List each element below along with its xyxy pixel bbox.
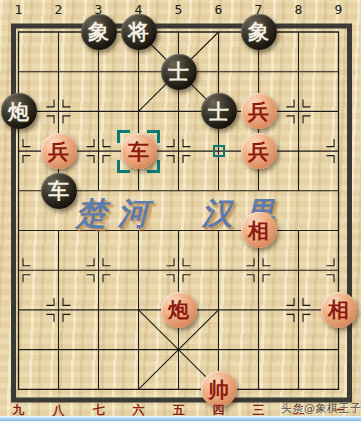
piece-red-elephant[interactable]: 相 bbox=[321, 292, 357, 328]
piece-red-soldier[interactable]: 兵 bbox=[241, 93, 277, 129]
piece-red-elephant[interactable]: 相 bbox=[241, 212, 277, 248]
piece-red-soldier[interactable]: 兵 bbox=[41, 133, 77, 169]
board-cell[interactable]: 象 bbox=[79, 12, 119, 52]
board-cell[interactable] bbox=[199, 131, 239, 171]
board-cell[interactable]: 车 bbox=[39, 171, 79, 211]
piece-black-general[interactable]: 将 bbox=[121, 14, 157, 50]
board-cell[interactable]: 将 bbox=[119, 12, 159, 52]
piece-black-elephant[interactable]: 象 bbox=[241, 14, 277, 50]
board-cell[interactable]: 士 bbox=[159, 52, 199, 92]
piece-black-cannon[interactable]: 炮 bbox=[1, 93, 37, 129]
board-cell[interactable]: 相 bbox=[239, 211, 279, 251]
watermark-text: 头条@象棋王子 bbox=[281, 401, 361, 416]
move-origin-marker bbox=[213, 145, 225, 157]
piece-red-cannon[interactable]: 炮 bbox=[161, 292, 197, 328]
board-grid[interactable]: 象将象士炮士兵兵车兵车相炮相帅 bbox=[0, 12, 359, 409]
piece-red-chariot[interactable]: 车 bbox=[121, 133, 157, 169]
board-cell[interactable]: 相 bbox=[319, 290, 359, 330]
piece-black-advisor[interactable]: 士 bbox=[161, 54, 197, 90]
bottom-edge-strip bbox=[0, 416, 361, 421]
piece-black-elephant[interactable]: 象 bbox=[81, 14, 117, 50]
board-cell[interactable]: 兵 bbox=[39, 131, 79, 171]
board-cell[interactable]: 士 bbox=[199, 92, 239, 132]
board-cell[interactable]: 炮 bbox=[159, 290, 199, 330]
board-cell[interactable]: 兵 bbox=[239, 131, 279, 171]
piece-red-soldier[interactable]: 兵 bbox=[241, 133, 277, 169]
piece-black-advisor[interactable]: 士 bbox=[201, 93, 237, 129]
board-cell[interactable]: 兵 bbox=[239, 92, 279, 132]
xiangqi-board-screen: 1 2 3 4 5 6 7 8 9 楚河 汉界 象将象士炮士兵兵车兵车相炮相帅 … bbox=[0, 0, 361, 421]
board-cell[interactable]: 炮 bbox=[0, 92, 39, 132]
board-cell[interactable]: 象 bbox=[239, 12, 279, 52]
piece-black-chariot[interactable]: 车 bbox=[41, 173, 77, 209]
